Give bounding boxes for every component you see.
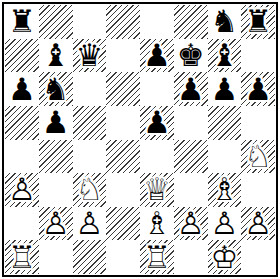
square-c2[interactable]: ♟♙ bbox=[73, 207, 107, 241]
square-h1[interactable] bbox=[241, 240, 275, 274]
chess-diagram: ♜♞♜♝♛♟♚♝♟♞♟♟♟♟♟♞♘♟♙♞♘♛♕♝♗♟♙♟♙♝♗♟♙♟♙♟♙♜♖♜… bbox=[0, 0, 280, 279]
square-g2[interactable]: ♟♙ bbox=[208, 207, 242, 241]
square-b2[interactable]: ♟♙ bbox=[39, 207, 73, 241]
square-b7[interactable]: ♝ bbox=[39, 39, 73, 73]
piece-black-pawn: ♟ bbox=[140, 39, 174, 73]
square-e2[interactable]: ♝♗ bbox=[140, 207, 174, 241]
square-b8[interactable] bbox=[39, 5, 73, 39]
square-a7[interactable] bbox=[5, 39, 39, 73]
piece-black-knight: ♞ bbox=[208, 5, 242, 39]
square-a8[interactable]: ♜ bbox=[5, 5, 39, 39]
square-b4[interactable] bbox=[39, 140, 73, 174]
square-g1[interactable]: ♚♔ bbox=[208, 240, 242, 274]
piece-white-queen: ♕ bbox=[140, 173, 174, 207]
piece-black-pawn: ♟ bbox=[241, 72, 275, 106]
piece-white-pawn: ♙ bbox=[73, 207, 107, 241]
square-h6[interactable]: ♟ bbox=[241, 72, 275, 106]
piece-white-knight: ♘ bbox=[73, 173, 107, 207]
piece-white-bishop: ♗ bbox=[140, 207, 174, 241]
square-b5[interactable]: ♟ bbox=[39, 106, 73, 140]
square-b1[interactable] bbox=[39, 240, 73, 274]
square-h8[interactable]: ♜ bbox=[241, 5, 275, 39]
square-e1[interactable]: ♜♖ bbox=[140, 240, 174, 274]
piece-white-pawn: ♙ bbox=[39, 207, 73, 241]
square-e8[interactable] bbox=[140, 5, 174, 39]
square-e7[interactable]: ♟ bbox=[140, 39, 174, 73]
square-c4[interactable] bbox=[73, 140, 107, 174]
square-g3[interactable]: ♝♗ bbox=[208, 173, 242, 207]
piece-black-rook: ♜ bbox=[5, 5, 39, 39]
square-d5[interactable] bbox=[106, 106, 140, 140]
square-c6[interactable] bbox=[73, 72, 107, 106]
square-b6[interactable]: ♞ bbox=[39, 72, 73, 106]
piece-white-pawn: ♙ bbox=[5, 173, 39, 207]
square-d4[interactable] bbox=[106, 140, 140, 174]
square-d2[interactable] bbox=[106, 207, 140, 241]
piece-black-pawn: ♟ bbox=[5, 72, 39, 106]
piece-white-pawn: ♙ bbox=[241, 207, 275, 241]
square-g4[interactable] bbox=[208, 140, 242, 174]
square-f1[interactable] bbox=[174, 240, 208, 274]
square-d6[interactable] bbox=[106, 72, 140, 106]
piece-black-pawn: ♟ bbox=[140, 106, 174, 140]
square-f4[interactable] bbox=[174, 140, 208, 174]
square-c5[interactable] bbox=[73, 106, 107, 140]
square-c8[interactable] bbox=[73, 5, 107, 39]
square-h3[interactable] bbox=[241, 173, 275, 207]
square-a3[interactable]: ♟♙ bbox=[5, 173, 39, 207]
square-f7[interactable]: ♚ bbox=[174, 39, 208, 73]
piece-black-pawn: ♟ bbox=[208, 72, 242, 106]
square-g8[interactable]: ♞ bbox=[208, 5, 242, 39]
piece-white-king: ♔ bbox=[208, 240, 242, 274]
square-e3[interactable]: ♛♕ bbox=[140, 173, 174, 207]
square-c1[interactable] bbox=[73, 240, 107, 274]
square-f6[interactable]: ♟ bbox=[174, 72, 208, 106]
piece-black-pawn: ♟ bbox=[174, 72, 208, 106]
piece-black-bishop: ♝ bbox=[208, 39, 242, 73]
square-a6[interactable]: ♟ bbox=[5, 72, 39, 106]
square-b3[interactable] bbox=[39, 173, 73, 207]
square-e6[interactable] bbox=[140, 72, 174, 106]
piece-white-rook: ♖ bbox=[5, 240, 39, 274]
square-g5[interactable] bbox=[208, 106, 242, 140]
square-a2[interactable] bbox=[5, 207, 39, 241]
piece-white-pawn: ♙ bbox=[208, 207, 242, 241]
square-d1[interactable] bbox=[106, 240, 140, 274]
square-d3[interactable] bbox=[106, 173, 140, 207]
square-a4[interactable] bbox=[5, 140, 39, 174]
square-h5[interactable] bbox=[241, 106, 275, 140]
piece-white-rook: ♖ bbox=[140, 240, 174, 274]
piece-black-rook: ♜ bbox=[241, 5, 275, 39]
square-d8[interactable] bbox=[106, 5, 140, 39]
square-e5[interactable]: ♟ bbox=[140, 106, 174, 140]
piece-black-pawn: ♟ bbox=[39, 106, 73, 140]
piece-black-bishop: ♝ bbox=[39, 39, 73, 73]
piece-black-king: ♚ bbox=[174, 39, 208, 73]
piece-black-queen: ♛ bbox=[73, 39, 107, 73]
square-c7[interactable]: ♛ bbox=[73, 39, 107, 73]
chess-board: ♜♞♜♝♛♟♚♝♟♞♟♟♟♟♟♞♘♟♙♞♘♛♕♝♗♟♙♟♙♝♗♟♙♟♙♟♙♜♖♜… bbox=[5, 5, 275, 274]
square-e4[interactable] bbox=[140, 140, 174, 174]
square-g7[interactable]: ♝ bbox=[208, 39, 242, 73]
square-a5[interactable] bbox=[5, 106, 39, 140]
square-h4[interactable]: ♞♘ bbox=[241, 140, 275, 174]
piece-white-knight: ♘ bbox=[241, 140, 275, 174]
square-f8[interactable] bbox=[174, 5, 208, 39]
square-f5[interactable] bbox=[174, 106, 208, 140]
square-h7[interactable] bbox=[241, 39, 275, 73]
piece-black-knight: ♞ bbox=[39, 72, 73, 106]
square-f2[interactable]: ♟♙ bbox=[174, 207, 208, 241]
square-h2[interactable]: ♟♙ bbox=[241, 207, 275, 241]
square-a1[interactable]: ♜♖ bbox=[5, 240, 39, 274]
square-d7[interactable] bbox=[106, 39, 140, 73]
square-c3[interactable]: ♞♘ bbox=[73, 173, 107, 207]
board-frame: ♜♞♜♝♛♟♚♝♟♞♟♟♟♟♟♞♘♟♙♞♘♛♕♝♗♟♙♟♙♝♗♟♙♟♙♟♙♜♖♜… bbox=[2, 2, 278, 277]
square-g6[interactable]: ♟ bbox=[208, 72, 242, 106]
piece-white-pawn: ♙ bbox=[174, 207, 208, 241]
piece-white-bishop: ♗ bbox=[208, 173, 242, 207]
square-f3[interactable] bbox=[174, 173, 208, 207]
